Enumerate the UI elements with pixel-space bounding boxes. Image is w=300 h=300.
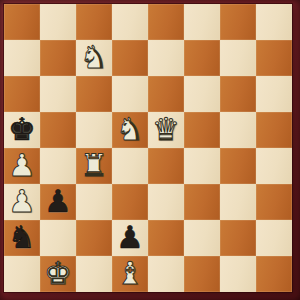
square-c1[interactable]	[76, 256, 112, 292]
white-queen[interactable]: ♛	[148, 112, 184, 148]
square-e1[interactable]	[148, 256, 184, 292]
square-c8[interactable]	[76, 4, 112, 40]
square-f6[interactable]	[184, 76, 220, 112]
square-h1[interactable]	[256, 256, 292, 292]
black-pawn[interactable]: ♟	[40, 184, 76, 220]
square-a8[interactable]	[4, 4, 40, 40]
white-knight[interactable]: ♞	[76, 40, 112, 76]
square-d1[interactable]: ♝	[112, 256, 148, 292]
square-c7[interactable]: ♞	[76, 40, 112, 76]
square-h6[interactable]	[256, 76, 292, 112]
square-d3[interactable]	[112, 184, 148, 220]
square-e4[interactable]	[148, 148, 184, 184]
square-f5[interactable]	[184, 112, 220, 148]
square-h4[interactable]	[256, 148, 292, 184]
square-b7[interactable]	[40, 40, 76, 76]
square-h3[interactable]	[256, 184, 292, 220]
square-d7[interactable]	[112, 40, 148, 76]
square-g5[interactable]	[220, 112, 256, 148]
square-e2[interactable]	[148, 220, 184, 256]
square-e3[interactable]	[148, 184, 184, 220]
square-h2[interactable]	[256, 220, 292, 256]
square-b2[interactable]	[40, 220, 76, 256]
square-a6[interactable]	[4, 76, 40, 112]
black-pawn[interactable]: ♟	[112, 220, 148, 256]
square-c6[interactable]	[76, 76, 112, 112]
square-c3[interactable]	[76, 184, 112, 220]
square-d8[interactable]	[112, 4, 148, 40]
square-a4[interactable]: ♟	[4, 148, 40, 184]
square-g4[interactable]	[220, 148, 256, 184]
square-g6[interactable]	[220, 76, 256, 112]
square-f1[interactable]	[184, 256, 220, 292]
square-b6[interactable]	[40, 76, 76, 112]
square-b1[interactable]: ♚	[40, 256, 76, 292]
square-e7[interactable]	[148, 40, 184, 76]
square-e8[interactable]	[148, 4, 184, 40]
square-f7[interactable]	[184, 40, 220, 76]
square-f4[interactable]	[184, 148, 220, 184]
square-g3[interactable]	[220, 184, 256, 220]
chess-board: ♞♚♞♛♟♜♟♟♞♟♚♝	[4, 4, 292, 292]
square-a7[interactable]	[4, 40, 40, 76]
square-d5[interactable]: ♞	[112, 112, 148, 148]
square-g7[interactable]	[220, 40, 256, 76]
white-king[interactable]: ♚	[40, 256, 76, 292]
white-pawn[interactable]: ♟	[4, 184, 40, 220]
white-rook[interactable]: ♜	[76, 148, 112, 184]
square-b5[interactable]	[40, 112, 76, 148]
black-king[interactable]: ♚	[4, 112, 40, 148]
square-h5[interactable]	[256, 112, 292, 148]
square-c4[interactable]: ♜	[76, 148, 112, 184]
square-c5[interactable]	[76, 112, 112, 148]
square-f2[interactable]	[184, 220, 220, 256]
board-frame: ♞♚♞♛♟♜♟♟♞♟♚♝	[0, 0, 300, 300]
square-b4[interactable]	[40, 148, 76, 184]
square-g1[interactable]	[220, 256, 256, 292]
square-h8[interactable]	[256, 4, 292, 40]
square-d2[interactable]: ♟	[112, 220, 148, 256]
black-knight[interactable]: ♞	[4, 220, 40, 256]
white-pawn[interactable]: ♟	[4, 148, 40, 184]
square-a1[interactable]	[4, 256, 40, 292]
white-bishop[interactable]: ♝	[112, 256, 148, 292]
square-g2[interactable]	[220, 220, 256, 256]
square-h7[interactable]	[256, 40, 292, 76]
square-b3[interactable]: ♟	[40, 184, 76, 220]
square-f3[interactable]	[184, 184, 220, 220]
square-g8[interactable]	[220, 4, 256, 40]
square-b8[interactable]	[40, 4, 76, 40]
square-a5[interactable]: ♚	[4, 112, 40, 148]
square-f8[interactable]	[184, 4, 220, 40]
square-a3[interactable]: ♟	[4, 184, 40, 220]
white-knight[interactable]: ♞	[112, 112, 148, 148]
square-d4[interactable]	[112, 148, 148, 184]
square-e5[interactable]: ♛	[148, 112, 184, 148]
square-a2[interactable]: ♞	[4, 220, 40, 256]
square-d6[interactable]	[112, 76, 148, 112]
square-c2[interactable]	[76, 220, 112, 256]
square-e6[interactable]	[148, 76, 184, 112]
